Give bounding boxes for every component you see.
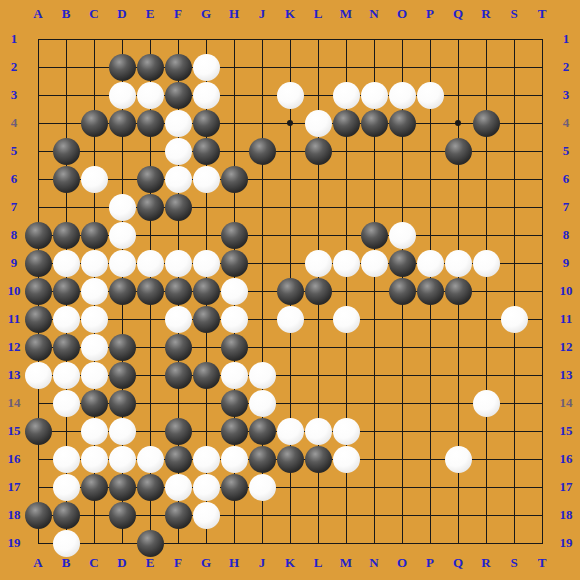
- row-label-right-9: 9: [554, 255, 578, 271]
- stone-black-B8[interactable]: [53, 222, 80, 249]
- row-label-left-15: 15: [2, 423, 26, 439]
- row-label-right-14: 14: [554, 395, 578, 411]
- stone-black-H9[interactable]: [221, 250, 248, 277]
- col-label-top-H: H: [222, 6, 246, 22]
- stone-white-P9[interactable]: [417, 250, 444, 277]
- stone-black-F3[interactable]: [165, 82, 192, 109]
- stone-black-F2[interactable]: [165, 54, 192, 81]
- stone-white-L4[interactable]: [305, 110, 332, 137]
- stone-white-H13[interactable]: [221, 362, 248, 389]
- col-label-top-C: C: [82, 6, 106, 22]
- row-label-left-6: 6: [2, 171, 26, 187]
- row-label-right-3: 3: [554, 87, 578, 103]
- col-label-top-P: P: [418, 6, 442, 22]
- stone-white-H11[interactable]: [221, 306, 248, 333]
- row-label-left-16: 16: [2, 451, 26, 467]
- stone-white-B13[interactable]: [53, 362, 80, 389]
- stone-white-B11[interactable]: [53, 306, 80, 333]
- stone-black-E7[interactable]: [137, 194, 164, 221]
- row-label-right-11: 11: [554, 311, 578, 327]
- col-label-top-O: O: [390, 6, 414, 22]
- stone-black-B18[interactable]: [53, 502, 80, 529]
- stone-white-K15[interactable]: [277, 418, 304, 445]
- stone-black-F12[interactable]: [165, 334, 192, 361]
- star-point-Q4: [455, 120, 461, 126]
- stone-white-H16[interactable]: [221, 446, 248, 473]
- col-label-bottom-N: N: [362, 555, 386, 571]
- col-label-bottom-G: G: [194, 555, 218, 571]
- col-label-bottom-S: S: [502, 555, 526, 571]
- stone-black-O4[interactable]: [389, 110, 416, 137]
- stone-white-F9[interactable]: [165, 250, 192, 277]
- stone-black-G10[interactable]: [193, 278, 220, 305]
- stone-white-C12[interactable]: [81, 334, 108, 361]
- stone-white-C9[interactable]: [81, 250, 108, 277]
- row-label-left-9: 9: [2, 255, 26, 271]
- stone-black-A8[interactable]: [25, 222, 52, 249]
- stone-white-D8[interactable]: [109, 222, 136, 249]
- stone-black-B10[interactable]: [53, 278, 80, 305]
- col-label-bottom-L: L: [306, 555, 330, 571]
- row-label-right-17: 17: [554, 479, 578, 495]
- stone-white-C10[interactable]: [81, 278, 108, 305]
- stone-black-G13[interactable]: [193, 362, 220, 389]
- stone-black-E10[interactable]: [137, 278, 164, 305]
- stone-black-D12[interactable]: [109, 334, 136, 361]
- stone-white-F4[interactable]: [165, 110, 192, 137]
- stone-black-A12[interactable]: [25, 334, 52, 361]
- row-label-right-5: 5: [554, 143, 578, 159]
- row-label-left-13: 13: [2, 367, 26, 383]
- col-label-top-K: K: [278, 6, 302, 22]
- stone-black-N4[interactable]: [361, 110, 388, 137]
- row-label-right-7: 7: [554, 199, 578, 215]
- row-label-right-18: 18: [554, 507, 578, 523]
- stone-white-C15[interactable]: [81, 418, 108, 445]
- stone-black-J15[interactable]: [249, 418, 276, 445]
- stone-black-C14[interactable]: [81, 390, 108, 417]
- col-label-bottom-K: K: [278, 555, 302, 571]
- row-label-left-2: 2: [2, 59, 26, 75]
- stone-black-Q5[interactable]: [445, 138, 472, 165]
- row-label-left-7: 7: [2, 199, 26, 215]
- stone-white-D16[interactable]: [109, 446, 136, 473]
- stone-black-O9[interactable]: [389, 250, 416, 277]
- stone-black-J16[interactable]: [249, 446, 276, 473]
- stone-black-N8[interactable]: [361, 222, 388, 249]
- stone-white-G16[interactable]: [193, 446, 220, 473]
- stone-white-G9[interactable]: [193, 250, 220, 277]
- col-label-top-A: A: [26, 6, 50, 22]
- stone-black-H17[interactable]: [221, 474, 248, 501]
- stone-white-D9[interactable]: [109, 250, 136, 277]
- stone-black-E6[interactable]: [137, 166, 164, 193]
- row-label-right-15: 15: [554, 423, 578, 439]
- stone-black-H6[interactable]: [221, 166, 248, 193]
- stone-white-G18[interactable]: [193, 502, 220, 529]
- col-label-bottom-E: E: [138, 555, 162, 571]
- col-label-bottom-D: D: [110, 555, 134, 571]
- stone-black-G4[interactable]: [193, 110, 220, 137]
- stone-black-L10[interactable]: [305, 278, 332, 305]
- stone-black-E19[interactable]: [137, 530, 164, 557]
- row-label-right-4: 4: [554, 115, 578, 131]
- stone-black-D14[interactable]: [109, 390, 136, 417]
- stone-white-H10[interactable]: [221, 278, 248, 305]
- stone-black-Q10[interactable]: [445, 278, 472, 305]
- stone-black-F7[interactable]: [165, 194, 192, 221]
- row-label-right-2: 2: [554, 59, 578, 75]
- stone-white-C13[interactable]: [81, 362, 108, 389]
- row-label-left-18: 18: [2, 507, 26, 523]
- stone-black-E4[interactable]: [137, 110, 164, 137]
- row-label-left-3: 3: [2, 87, 26, 103]
- stone-black-C17[interactable]: [81, 474, 108, 501]
- col-label-bottom-J: J: [250, 555, 274, 571]
- col-label-top-S: S: [502, 6, 526, 22]
- row-label-right-1: 1: [554, 31, 578, 47]
- col-label-top-B: B: [54, 6, 78, 22]
- stone-black-G11[interactable]: [193, 306, 220, 333]
- row-label-left-19: 19: [2, 535, 26, 551]
- stone-white-B17[interactable]: [53, 474, 80, 501]
- stone-black-D18[interactable]: [109, 502, 136, 529]
- stone-white-M9[interactable]: [333, 250, 360, 277]
- stone-black-L5[interactable]: [305, 138, 332, 165]
- col-label-bottom-B: B: [54, 555, 78, 571]
- stone-white-B9[interactable]: [53, 250, 80, 277]
- col-label-top-D: D: [110, 6, 134, 22]
- stone-black-A11[interactable]: [25, 306, 52, 333]
- stone-white-M11[interactable]: [333, 306, 360, 333]
- stone-black-C8[interactable]: [81, 222, 108, 249]
- row-label-left-17: 17: [2, 479, 26, 495]
- stone-black-D10[interactable]: [109, 278, 136, 305]
- stone-white-F6[interactable]: [165, 166, 192, 193]
- col-label-top-J: J: [250, 6, 274, 22]
- stone-black-H14[interactable]: [221, 390, 248, 417]
- stone-black-M4[interactable]: [333, 110, 360, 137]
- col-label-top-E: E: [138, 6, 162, 22]
- stone-white-O8[interactable]: [389, 222, 416, 249]
- col-label-bottom-R: R: [474, 555, 498, 571]
- stone-black-A15[interactable]: [25, 418, 52, 445]
- stone-black-L16[interactable]: [305, 446, 332, 473]
- stone-white-E9[interactable]: [137, 250, 164, 277]
- stone-white-C6[interactable]: [81, 166, 108, 193]
- col-label-bottom-Q: Q: [446, 555, 470, 571]
- stone-white-R9[interactable]: [473, 250, 500, 277]
- stone-white-J17[interactable]: [249, 474, 276, 501]
- row-label-left-1: 1: [2, 31, 26, 47]
- stone-white-M3[interactable]: [333, 82, 360, 109]
- stone-black-K16[interactable]: [277, 446, 304, 473]
- stone-black-D17[interactable]: [109, 474, 136, 501]
- col-label-top-T: T: [530, 6, 554, 22]
- grid-line-vertical: [542, 39, 543, 544]
- stone-black-O10[interactable]: [389, 278, 416, 305]
- row-label-right-16: 16: [554, 451, 578, 467]
- stone-white-B14[interactable]: [53, 390, 80, 417]
- stone-white-C16[interactable]: [81, 446, 108, 473]
- col-label-top-F: F: [166, 6, 190, 22]
- stone-black-A9[interactable]: [25, 250, 52, 277]
- col-label-bottom-P: P: [418, 555, 442, 571]
- stone-black-J5[interactable]: [249, 138, 276, 165]
- stone-white-O3[interactable]: [389, 82, 416, 109]
- stone-white-Q9[interactable]: [445, 250, 472, 277]
- col-label-bottom-M: M: [334, 555, 358, 571]
- stone-white-G17[interactable]: [193, 474, 220, 501]
- stone-black-B12[interactable]: [53, 334, 80, 361]
- stone-black-G5[interactable]: [193, 138, 220, 165]
- stone-black-D4[interactable]: [109, 110, 136, 137]
- stone-white-F11[interactable]: [165, 306, 192, 333]
- row-label-right-8: 8: [554, 227, 578, 243]
- stone-black-F13[interactable]: [165, 362, 192, 389]
- stone-white-R14[interactable]: [473, 390, 500, 417]
- go-board[interactable]: AA11BB22CC33DD44EE55FF66GG77HH88JJ99KK10…: [0, 0, 580, 580]
- stone-black-D2[interactable]: [109, 54, 136, 81]
- stone-white-D15[interactable]: [109, 418, 136, 445]
- stone-black-R4[interactable]: [473, 110, 500, 137]
- stone-white-D7[interactable]: [109, 194, 136, 221]
- stone-black-C4[interactable]: [81, 110, 108, 137]
- row-label-left-5: 5: [2, 143, 26, 159]
- col-label-top-R: R: [474, 6, 498, 22]
- col-label-top-Q: Q: [446, 6, 470, 22]
- star-point-K4: [287, 120, 293, 126]
- stone-white-L15[interactable]: [305, 418, 332, 445]
- stone-white-D3[interactable]: [109, 82, 136, 109]
- row-label-left-12: 12: [2, 339, 26, 355]
- stone-white-B19[interactable]: [53, 530, 80, 557]
- grid-line-vertical: [514, 39, 515, 544]
- stone-white-M16[interactable]: [333, 446, 360, 473]
- stone-white-M15[interactable]: [333, 418, 360, 445]
- row-label-right-6: 6: [554, 171, 578, 187]
- stone-black-B5[interactable]: [53, 138, 80, 165]
- stone-white-N3[interactable]: [361, 82, 388, 109]
- stone-white-N9[interactable]: [361, 250, 388, 277]
- col-label-bottom-O: O: [390, 555, 414, 571]
- col-label-top-L: L: [306, 6, 330, 22]
- col-label-bottom-H: H: [222, 555, 246, 571]
- stone-black-K10[interactable]: [277, 278, 304, 305]
- stone-white-S11[interactable]: [501, 306, 528, 333]
- stone-white-C11[interactable]: [81, 306, 108, 333]
- col-label-bottom-A: A: [26, 555, 50, 571]
- stone-white-E16[interactable]: [137, 446, 164, 473]
- row-label-left-4: 4: [2, 115, 26, 131]
- col-label-top-M: M: [334, 6, 358, 22]
- stone-white-P3[interactable]: [417, 82, 444, 109]
- stone-black-H12[interactable]: [221, 334, 248, 361]
- stone-white-F5[interactable]: [165, 138, 192, 165]
- row-label-left-8: 8: [2, 227, 26, 243]
- stone-black-F16[interactable]: [165, 446, 192, 473]
- stone-black-F18[interactable]: [165, 502, 192, 529]
- stone-white-K11[interactable]: [277, 306, 304, 333]
- grid-line-horizontal: [38, 543, 543, 544]
- stone-white-L9[interactable]: [305, 250, 332, 277]
- stone-black-P10[interactable]: [417, 278, 444, 305]
- stone-black-H8[interactable]: [221, 222, 248, 249]
- col-label-bottom-F: F: [166, 555, 190, 571]
- stone-white-G3[interactable]: [193, 82, 220, 109]
- row-label-left-14: 14: [2, 395, 26, 411]
- col-label-top-G: G: [194, 6, 218, 22]
- col-label-bottom-C: C: [82, 555, 106, 571]
- stone-black-B6[interactable]: [53, 166, 80, 193]
- stone-black-A10[interactable]: [25, 278, 52, 305]
- stone-black-D13[interactable]: [109, 362, 136, 389]
- stone-black-E17[interactable]: [137, 474, 164, 501]
- stone-black-F10[interactable]: [165, 278, 192, 305]
- row-label-right-13: 13: [554, 367, 578, 383]
- stone-black-H15[interactable]: [221, 418, 248, 445]
- stone-black-E2[interactable]: [137, 54, 164, 81]
- row-label-right-10: 10: [554, 283, 578, 299]
- row-label-left-10: 10: [2, 283, 26, 299]
- row-label-right-19: 19: [554, 535, 578, 551]
- stone-white-E3[interactable]: [137, 82, 164, 109]
- stone-white-J14[interactable]: [249, 390, 276, 417]
- stone-white-G6[interactable]: [193, 166, 220, 193]
- stone-black-F15[interactable]: [165, 418, 192, 445]
- stone-black-A18[interactable]: [25, 502, 52, 529]
- col-label-top-N: N: [362, 6, 386, 22]
- stone-white-F17[interactable]: [165, 474, 192, 501]
- stone-white-A13[interactable]: [25, 362, 52, 389]
- stone-white-J13[interactable]: [249, 362, 276, 389]
- stone-white-B16[interactable]: [53, 446, 80, 473]
- row-label-right-12: 12: [554, 339, 578, 355]
- col-label-bottom-T: T: [530, 555, 554, 571]
- stone-white-K3[interactable]: [277, 82, 304, 109]
- row-label-left-11: 11: [2, 311, 26, 327]
- stone-white-Q16[interactable]: [445, 446, 472, 473]
- stone-white-G2[interactable]: [193, 54, 220, 81]
